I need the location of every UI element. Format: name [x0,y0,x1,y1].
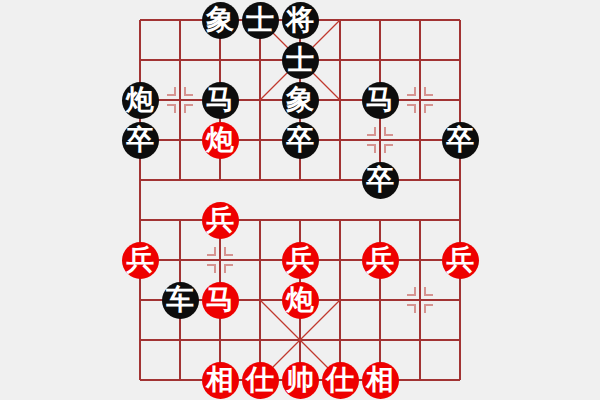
piece-black-pawn[interactable]: 卒 [442,122,479,159]
piece-black-horse[interactable]: 马 [362,82,399,119]
piece-black-pawn[interactable]: 卒 [122,122,159,159]
piece-black-advisor[interactable]: 士 [242,2,279,39]
piece-red-cannon[interactable]: 炮 [202,122,239,159]
piece-red-general[interactable]: 帅 [282,362,319,399]
piece-red-pawn[interactable]: 兵 [442,242,479,279]
piece-red-advisor[interactable]: 仕 [322,362,359,399]
piece-black-general[interactable]: 将 [282,2,319,39]
xiangqi-board: 象士将士炮马象马卒炮卒卒卒兵兵兵兵兵车马炮相仕帅仕相 [0,0,600,400]
piece-red-pawn[interactable]: 兵 [282,242,319,279]
piece-black-pawn[interactable]: 卒 [362,162,399,199]
piece-black-elephant[interactable]: 象 [202,2,239,39]
piece-red-cannon[interactable]: 炮 [282,282,319,319]
piece-red-pawn[interactable]: 兵 [202,202,239,239]
piece-red-elephant[interactable]: 相 [362,362,399,399]
piece-black-advisor[interactable]: 士 [282,42,319,79]
piece-red-elephant[interactable]: 相 [202,362,239,399]
piece-red-pawn[interactable]: 兵 [362,242,399,279]
piece-grid: 象士将士炮马象马卒炮卒卒卒兵兵兵兵兵车马炮相仕帅仕相 [120,0,480,400]
piece-black-chariot[interactable]: 车 [162,282,199,319]
piece-black-cannon[interactable]: 炮 [122,82,159,119]
piece-black-elephant[interactable]: 象 [282,82,319,119]
piece-red-advisor[interactable]: 仕 [242,362,279,399]
piece-red-horse[interactable]: 马 [202,282,239,319]
piece-red-pawn[interactable]: 兵 [122,242,159,279]
piece-black-pawn[interactable]: 卒 [282,122,319,159]
piece-black-horse[interactable]: 马 [202,82,239,119]
